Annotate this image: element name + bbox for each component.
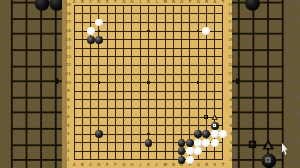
intersection[interactable] [211,44,219,53]
intersection[interactable] [136,70,144,79]
intersection[interactable] [111,78,119,87]
intersection[interactable] [103,70,111,79]
intersection[interactable] [169,87,177,96]
intersection[interactable] [219,70,227,79]
intersection[interactable] [111,10,119,19]
intersection[interactable] [78,35,86,44]
intersection[interactable] [120,27,128,36]
intersection[interactable] [153,87,161,96]
intersection[interactable] [70,10,78,19]
intersection[interactable] [95,78,103,87]
intersection[interactable] [202,87,210,96]
intersection[interactable] [161,121,169,130]
intersection[interactable] [128,139,136,148]
intersection[interactable] [153,70,161,79]
intersection[interactable] [78,104,86,113]
intersection[interactable] [120,139,128,148]
intersection[interactable] [78,87,86,96]
intersection[interactable] [144,61,152,70]
intersection[interactable] [103,27,111,36]
intersection[interactable] [78,53,86,62]
intersection[interactable] [103,53,111,62]
intersection[interactable] [136,61,144,70]
intersection[interactable] [153,104,161,113]
intersection[interactable] [128,53,136,62]
intersection[interactable] [153,44,161,53]
intersection[interactable] [177,87,185,96]
intersection[interactable] [177,53,185,62]
intersection[interactable] [161,78,169,87]
intersection[interactable] [194,104,202,113]
intersection[interactable] [87,139,95,148]
intersection[interactable] [169,104,177,113]
intersection[interactable] [219,53,227,62]
intersection[interactable] [120,113,128,122]
intersection[interactable] [169,10,177,19]
intersection[interactable] [144,35,152,44]
intersection[interactable] [128,27,136,36]
intersection[interactable] [103,78,111,87]
intersection[interactable] [186,104,194,113]
intersection[interactable] [177,113,185,122]
intersection[interactable] [186,44,194,53]
intersection[interactable] [153,27,161,36]
intersection[interactable] [161,139,169,148]
intersection[interactable] [95,139,103,148]
intersection[interactable] [144,121,152,130]
intersection[interactable] [161,70,169,79]
intersection[interactable] [78,18,86,27]
intersection[interactable] [161,18,169,27]
intersection[interactable] [136,27,144,36]
intersection[interactable] [161,61,169,70]
intersection[interactable] [78,78,86,87]
intersection[interactable] [153,113,161,122]
intersection[interactable] [219,10,227,19]
intersection[interactable] [111,18,119,27]
intersection[interactable] [186,96,194,105]
intersection[interactable] [211,18,219,27]
intersection[interactable] [144,70,152,79]
intersection[interactable] [202,18,210,27]
intersection[interactable] [128,61,136,70]
intersection[interactable] [194,70,202,79]
intersection[interactable] [219,35,227,44]
intersection[interactable] [111,53,119,62]
intersection[interactable] [111,35,119,44]
intersection[interactable] [177,130,185,139]
intersection[interactable] [161,53,169,62]
intersection[interactable] [128,78,136,87]
intersection[interactable] [194,27,202,36]
intersection[interactable] [78,27,86,36]
intersection[interactable] [120,130,128,139]
intersection[interactable] [169,18,177,27]
intersection[interactable] [128,96,136,105]
intersection[interactable] [194,53,202,62]
intersection[interactable] [169,78,177,87]
intersection[interactable] [70,147,78,156]
intersection[interactable] [136,18,144,27]
intersection[interactable] [78,121,86,130]
intersection[interactable] [219,139,227,148]
intersection[interactable] [177,104,185,113]
intersection[interactable] [211,70,219,79]
intersection[interactable] [169,130,177,139]
intersection[interactable] [70,96,78,105]
intersection[interactable] [144,18,152,27]
intersection[interactable] [153,18,161,27]
intersection[interactable] [202,53,210,62]
intersection[interactable] [186,18,194,27]
intersection[interactable] [87,96,95,105]
intersection[interactable] [95,53,103,62]
intersection[interactable] [194,78,202,87]
intersection[interactable] [120,87,128,96]
intersection[interactable] [194,18,202,27]
intersection[interactable] [144,96,152,105]
intersection[interactable] [202,10,210,19]
intersection[interactable] [87,53,95,62]
intersection[interactable] [87,147,95,156]
intersection[interactable] [211,61,219,70]
intersection[interactable] [169,61,177,70]
intersection[interactable] [153,61,161,70]
intersection[interactable] [161,113,169,122]
intersection[interactable] [219,44,227,53]
intersection[interactable] [111,27,119,36]
intersection[interactable] [161,44,169,53]
intersection[interactable] [194,44,202,53]
intersection[interactable] [202,44,210,53]
intersection[interactable] [186,27,194,36]
intersection[interactable] [120,121,128,130]
intersection[interactable] [219,18,227,27]
intersection[interactable] [169,147,177,156]
intersection[interactable] [128,18,136,27]
intersection[interactable] [219,61,227,70]
intersection[interactable] [202,104,210,113]
intersection[interactable] [202,121,210,130]
intersection[interactable] [136,87,144,96]
intersection[interactable] [95,87,103,96]
intersection[interactable] [87,70,95,79]
main-grid[interactable] [70,1,227,164]
intersection[interactable] [136,96,144,105]
intersection[interactable] [186,130,194,139]
intersection[interactable] [95,27,103,36]
intersection[interactable] [95,121,103,130]
intersection[interactable] [128,121,136,130]
intersection[interactable] [136,121,144,130]
intersection[interactable] [202,70,210,79]
intersection[interactable] [219,113,227,122]
intersection[interactable] [136,139,144,148]
intersection[interactable] [103,18,111,27]
intersection[interactable] [70,104,78,113]
intersection[interactable] [70,78,78,87]
intersection[interactable] [169,27,177,36]
intersection[interactable] [78,96,86,105]
intersection[interactable] [144,27,152,36]
intersection[interactable] [111,44,119,53]
intersection[interactable] [111,147,119,156]
intersection[interactable] [186,78,194,87]
intersection[interactable] [120,70,128,79]
intersection[interactable] [161,104,169,113]
intersection[interactable] [169,70,177,79]
intersection[interactable] [177,78,185,87]
intersection[interactable] [161,10,169,19]
intersection[interactable] [103,147,111,156]
intersection[interactable] [128,147,136,156]
intersection[interactable] [128,70,136,79]
intersection[interactable] [219,147,227,156]
intersection[interactable] [120,18,128,27]
intersection[interactable] [153,96,161,105]
intersection[interactable] [87,130,95,139]
intersection[interactable] [70,87,78,96]
intersection[interactable] [144,113,152,122]
intersection[interactable] [95,96,103,105]
intersection[interactable] [87,87,95,96]
intersection[interactable] [194,87,202,96]
intersection[interactable] [194,121,202,130]
intersection[interactable] [169,44,177,53]
intersection[interactable] [87,113,95,122]
intersection[interactable] [153,53,161,62]
intersection[interactable] [211,104,219,113]
intersection[interactable] [202,35,210,44]
intersection[interactable] [153,10,161,19]
intersection[interactable] [103,121,111,130]
intersection[interactable] [177,44,185,53]
intersection[interactable] [194,113,202,122]
intersection[interactable] [120,10,128,19]
intersection[interactable] [87,104,95,113]
intersection[interactable] [161,87,169,96]
intersection[interactable] [120,96,128,105]
intersection[interactable] [219,121,227,130]
intersection[interactable] [95,147,103,156]
intersection[interactable] [161,96,169,105]
intersection[interactable] [128,130,136,139]
intersection[interactable] [95,104,103,113]
intersection[interactable] [177,35,185,44]
intersection[interactable] [202,147,210,156]
intersection[interactable] [194,10,202,19]
intersection[interactable] [103,61,111,70]
intersection[interactable] [177,96,185,105]
intersection[interactable] [78,139,86,148]
intersection[interactable] [136,35,144,44]
intersection[interactable] [161,35,169,44]
intersection[interactable] [87,18,95,27]
intersection[interactable] [78,113,86,122]
intersection[interactable] [87,44,95,53]
intersection[interactable] [136,104,144,113]
intersection[interactable] [161,130,169,139]
intersection[interactable] [219,27,227,36]
intersection[interactable] [136,147,144,156]
intersection[interactable] [103,130,111,139]
intersection[interactable] [103,104,111,113]
intersection[interactable] [144,147,152,156]
intersection[interactable] [194,35,202,44]
intersection[interactable] [211,35,219,44]
intersection[interactable] [177,61,185,70]
intersection[interactable] [177,27,185,36]
intersection[interactable] [153,139,161,148]
intersection[interactable] [111,113,119,122]
intersection[interactable] [78,130,86,139]
intersection[interactable] [153,147,161,156]
intersection[interactable] [144,87,152,96]
intersection[interactable] [120,104,128,113]
intersection[interactable] [70,61,78,70]
intersection[interactable] [70,18,78,27]
intersection[interactable] [70,35,78,44]
intersection[interactable] [161,147,169,156]
intersection[interactable] [128,113,136,122]
intersection[interactable] [186,70,194,79]
intersection[interactable] [95,61,103,70]
intersection[interactable] [70,53,78,62]
intersection[interactable] [153,130,161,139]
intersection[interactable] [120,44,128,53]
intersection[interactable] [169,35,177,44]
intersection[interactable] [78,44,86,53]
intersection[interactable] [211,96,219,105]
main-goban[interactable]: 1919181817171616151514141313121211111010… [62,0,232,168]
intersection[interactable] [202,61,210,70]
intersection[interactable] [78,70,86,79]
intersection[interactable] [78,61,86,70]
intersection[interactable] [186,87,194,96]
intersection[interactable] [87,121,95,130]
intersection[interactable] [177,10,185,19]
intersection[interactable] [202,96,210,105]
intersection[interactable] [120,78,128,87]
intersection[interactable] [169,121,177,130]
intersection[interactable] [120,35,128,44]
intersection[interactable] [103,139,111,148]
intersection[interactable] [103,44,111,53]
intersection[interactable] [136,10,144,19]
intersection[interactable] [177,70,185,79]
intersection[interactable] [87,61,95,70]
intersection[interactable] [186,10,194,19]
intersection[interactable] [120,61,128,70]
intersection[interactable] [136,44,144,53]
intersection[interactable] [103,35,111,44]
intersection[interactable] [111,96,119,105]
intersection[interactable] [211,53,219,62]
intersection[interactable] [70,139,78,148]
intersection[interactable] [111,61,119,70]
intersection[interactable] [70,121,78,130]
intersection[interactable] [219,96,227,105]
intersection[interactable] [136,53,144,62]
intersection[interactable] [78,10,86,19]
intersection[interactable] [111,130,119,139]
intersection[interactable] [144,104,152,113]
intersection[interactable] [70,113,78,122]
intersection[interactable] [103,113,111,122]
intersection[interactable] [136,78,144,87]
intersection[interactable] [211,78,219,87]
intersection[interactable] [153,78,161,87]
intersection[interactable] [128,87,136,96]
intersection[interactable] [194,96,202,105]
intersection[interactable] [194,61,202,70]
intersection[interactable] [211,10,219,19]
intersection[interactable] [103,10,111,19]
intersection[interactable] [186,121,194,130]
intersection[interactable] [219,87,227,96]
intersection[interactable] [70,130,78,139]
intersection[interactable] [186,61,194,70]
intersection[interactable] [161,27,169,36]
intersection[interactable] [111,139,119,148]
intersection[interactable] [169,113,177,122]
intersection[interactable] [87,10,95,19]
intersection[interactable] [144,53,152,62]
intersection[interactable] [219,78,227,87]
intersection[interactable] [95,70,103,79]
intersection[interactable] [153,121,161,130]
intersection[interactable] [211,27,219,36]
intersection[interactable] [78,147,86,156]
intersection[interactable] [87,78,95,87]
intersection[interactable] [128,35,136,44]
intersection[interactable] [103,96,111,105]
intersection[interactable] [186,53,194,62]
intersection[interactable] [169,53,177,62]
intersection[interactable] [111,87,119,96]
intersection[interactable] [70,70,78,79]
intersection[interactable] [120,53,128,62]
intersection[interactable] [144,10,152,19]
intersection[interactable] [144,130,152,139]
intersection[interactable] [120,147,128,156]
intersection[interactable] [153,35,161,44]
intersection[interactable] [70,27,78,36]
intersection[interactable] [177,121,185,130]
intersection[interactable] [136,130,144,139]
intersection[interactable] [186,35,194,44]
intersection[interactable] [219,104,227,113]
intersection[interactable] [169,96,177,105]
intersection[interactable] [144,44,152,53]
intersection[interactable] [177,18,185,27]
intersection[interactable] [111,104,119,113]
intersection[interactable] [95,113,103,122]
intersection[interactable] [70,44,78,53]
intersection[interactable] [136,113,144,122]
intersection[interactable] [211,147,219,156]
intersection[interactable] [211,87,219,96]
intersection[interactable] [128,44,136,53]
intersection[interactable] [128,104,136,113]
intersection[interactable] [95,10,103,19]
intersection[interactable] [186,113,194,122]
intersection[interactable] [103,87,111,96]
intersection[interactable] [144,78,152,87]
intersection[interactable] [111,70,119,79]
intersection[interactable] [128,10,136,19]
intersection[interactable] [169,139,177,148]
